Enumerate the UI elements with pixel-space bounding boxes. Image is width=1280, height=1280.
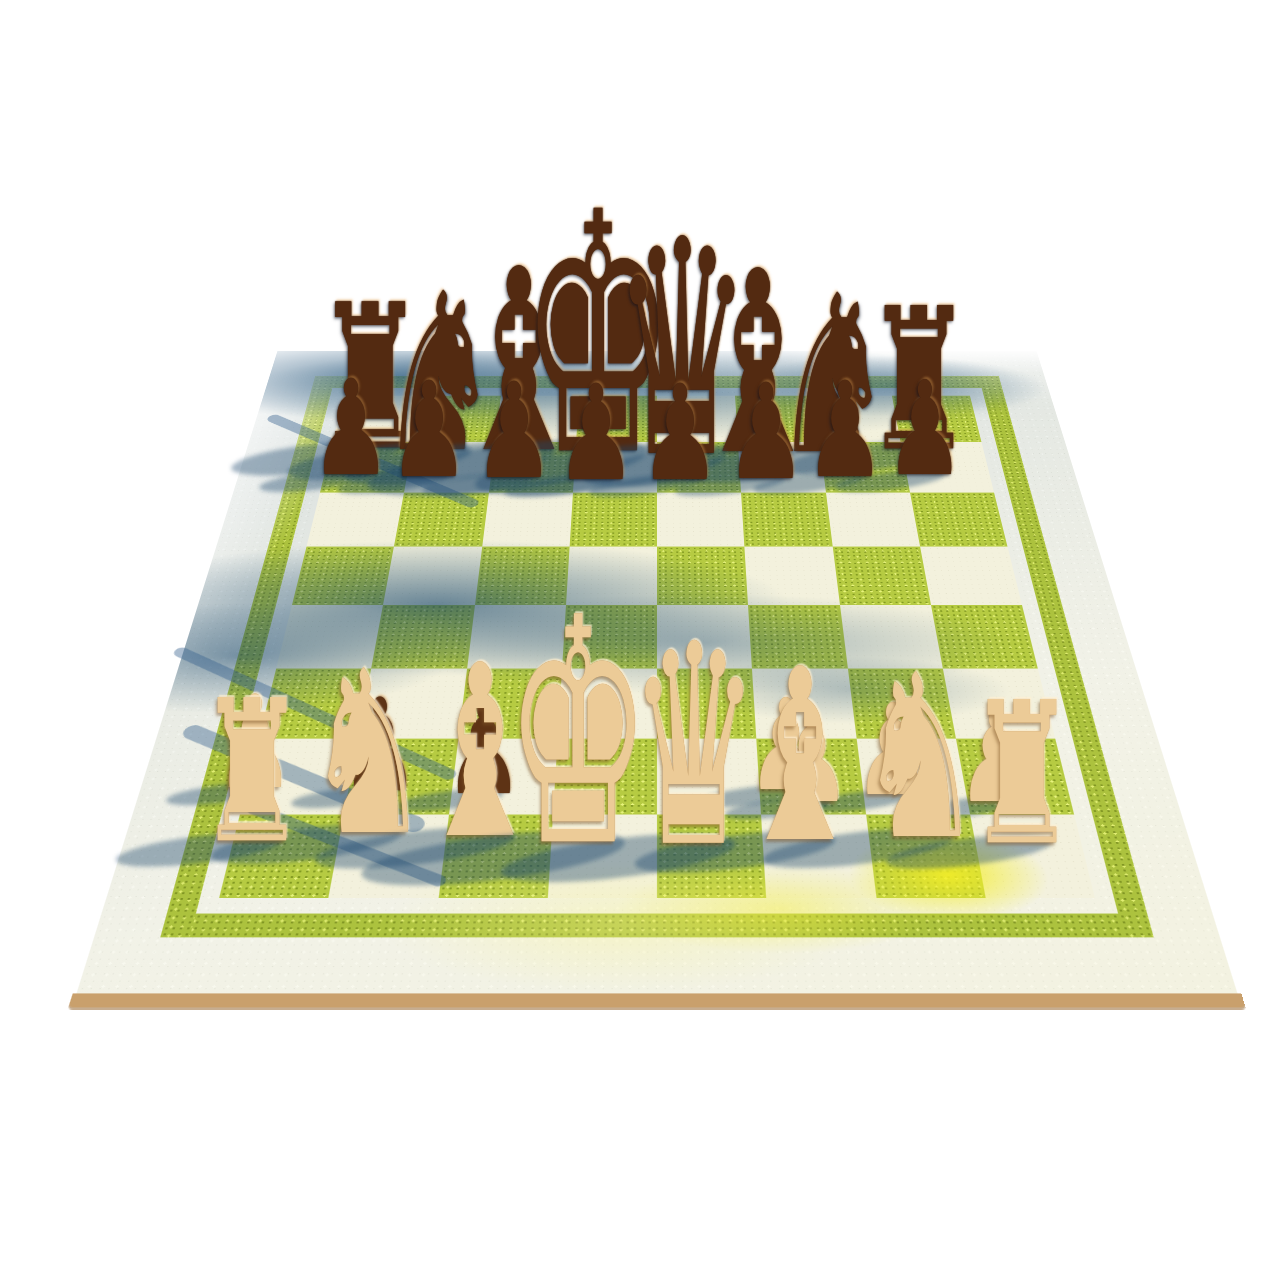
dark-pawn[interactable]: ♟ [311, 362, 391, 494]
plywood-edge [68, 993, 1245, 1007]
dark-pawn[interactable]: ♟ [474, 365, 554, 497]
dark-pawn[interactable]: ♟ [726, 366, 806, 498]
light-knight[interactable]: ♞ [857, 645, 983, 871]
dark-pawn[interactable]: ♟ [805, 364, 885, 496]
chess-product-photo: ♜♞♝♚♛♝♞♜♟♟♟♟♟♟♟♟♜♞♝♚♛♝♞♜♟♟♟♟♟♟♟ [0, 0, 1280, 1280]
dark-pawn[interactable]: ♟ [556, 367, 636, 499]
dark-pawn[interactable]: ♟ [885, 364, 964, 494]
light-queen[interactable]: ♛ [629, 608, 759, 886]
dark-pawn[interactable]: ♟ [389, 364, 469, 496]
light-rook[interactable]: ♜ [968, 676, 1077, 872]
light-rook[interactable]: ♜ [198, 674, 307, 870]
dark-pawn[interactable]: ♟ [640, 367, 720, 499]
light-knight[interactable]: ♞ [305, 641, 431, 867]
